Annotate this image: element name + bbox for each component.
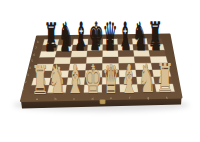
piece-black-pawn[interactable]: ♟ [135,32,146,54]
piece-white-knight[interactable]: ♞ [138,58,156,98]
pieces-layer: ♜♞♝♚♛♝♞♜♟♟♟♟♟♟♟♟♟♟♟♟♟♟♟♟♜♞♝♚♛♝♞♜ [0,0,200,142]
chess-set-photo: abcdefgh12345678 ♜♞♝♚♛♝♞♜♟♟♟♟♟♟♟♟♟♟♟♟♟♟♟… [0,0,200,142]
piece-black-pawn[interactable]: ♟ [105,32,116,54]
piece-white-rook[interactable]: ♜ [156,58,174,98]
piece-black-pawn[interactable]: ♟ [120,32,131,54]
piece-white-knight[interactable]: ♞ [48,59,66,99]
piece-white-rook[interactable]: ♜ [31,60,49,100]
piece-black-pawn[interactable]: ♟ [90,32,101,54]
piece-white-bishop[interactable]: ♝ [120,59,138,99]
piece-black-pawn[interactable]: ♟ [75,32,86,54]
piece-black-pawn[interactable]: ♟ [44,33,55,55]
piece-white-queen[interactable]: ♛ [102,59,120,99]
piece-black-pawn[interactable]: ♟ [59,33,70,55]
piece-white-bishop[interactable]: ♝ [66,59,84,99]
piece-white-king[interactable]: ♚ [84,59,102,99]
piece-black-pawn[interactable]: ♟ [151,32,162,54]
